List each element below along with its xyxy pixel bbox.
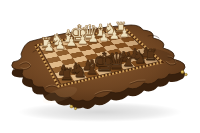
piece-white-pawn[interactable]: ♟ [66,36,77,49]
piece-white-pawn[interactable]: ♟ [43,41,54,54]
product-photo-chess-set: ♜♞♝♚♛♝♞♜♟♟♟♟♟♟♟♟♟♟♟♟♟♟♟♟♜♞♝♚♛♝♞♜ [0,0,200,133]
piece-white-pawn[interactable]: ♟ [119,26,130,38]
piece-black-rook[interactable]: ♜ [144,48,158,64]
piece-white-pawn[interactable]: ♟ [88,32,99,44]
piece-white-pawn[interactable]: ♟ [109,28,120,40]
piece-white-pawn[interactable]: ♟ [55,39,66,52]
piece-white-pawn[interactable]: ♟ [98,30,109,42]
piece-white-pawn[interactable]: ♟ [77,34,88,47]
